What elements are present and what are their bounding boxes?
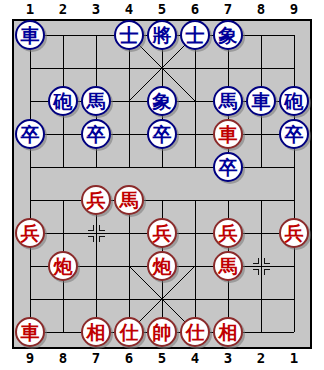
bottom-coord-label: 3 [212,350,245,367]
piece-blue-soldier[interactable]: 卒 [15,119,45,149]
piece-red-cannon[interactable]: 炮 [147,251,177,281]
top-coord-label: 9 [278,1,311,18]
piece-blue-chariot[interactable]: 車 [246,86,276,116]
piece-blue-soldier[interactable]: 卒 [279,119,309,149]
bottom-coord-label: 9 [14,350,47,367]
marker-bracket [99,225,105,231]
piece-red-horse[interactable]: 馬 [213,251,243,281]
piece-blue-advisor[interactable]: 士 [114,20,144,50]
piece-red-soldier[interactable]: 兵 [279,218,309,248]
piece-layer: 車士將士象砲馬象馬車砲卒卒卒車卒卒兵馬兵兵兵兵炮炮馬車相仕帥仕相 [14,19,311,349]
top-coord-label: 6 [179,1,212,18]
piece-blue-cannon[interactable]: 砲 [48,86,78,116]
piece-red-advisor[interactable]: 仕 [114,317,144,347]
piece-red-cannon[interactable]: 炮 [48,251,78,281]
bottom-coord-label: 6 [113,350,146,367]
piece-red-general[interactable]: 帥 [147,317,177,347]
top-coord-label: 1 [14,1,47,18]
top-coord-label: 4 [113,1,146,18]
piece-blue-horse[interactable]: 馬 [81,86,111,116]
piece-blue-elephant[interactable]: 象 [147,86,177,116]
bottom-coord-label: 8 [47,350,80,367]
marker-bracket [253,258,259,264]
piece-red-elephant[interactable]: 相 [213,317,243,347]
top-coord-label: 7 [212,1,245,18]
piece-blue-soldier[interactable]: 卒 [213,152,243,182]
bottom-coord-label: 7 [80,350,113,367]
piece-blue-horse[interactable]: 馬 [213,86,243,116]
piece-blue-chariot[interactable]: 車 [15,20,45,50]
marker-bracket [99,236,105,242]
piece-red-elephant[interactable]: 相 [81,317,111,347]
piece-blue-soldier[interactable]: 卒 [81,119,111,149]
piece-red-horse[interactable]: 馬 [114,185,144,215]
bottom-coord-label: 2 [245,350,278,367]
last-move-marker [253,258,270,275]
bottom-coord-label: 5 [146,350,179,367]
piece-red-chariot[interactable]: 車 [15,317,45,347]
piece-blue-cannon[interactable]: 砲 [279,86,309,116]
piece-red-soldier[interactable]: 兵 [147,218,177,248]
marker-bracket [88,236,94,242]
marker-bracket [253,269,259,275]
piece-blue-advisor[interactable]: 士 [180,20,210,50]
top-coord-label: 2 [47,1,80,18]
marker-bracket [264,269,270,275]
piece-blue-general[interactable]: 將 [147,20,177,50]
top-coord-label: 3 [80,1,113,18]
piece-red-advisor[interactable]: 仕 [180,317,210,347]
bottom-coord-label: 4 [179,350,212,367]
marker-bracket [88,225,94,231]
marker-bracket [264,258,270,264]
top-coord-label: 5 [146,1,179,18]
top-coord-label: 8 [245,1,278,18]
piece-blue-elephant[interactable]: 象 [213,20,243,50]
piece-red-chariot[interactable]: 車 [213,119,243,149]
piece-red-soldier[interactable]: 兵 [81,185,111,215]
xiangqi-app: 123456789 車士將士象砲馬象馬車砲卒卒卒車卒卒兵馬兵兵兵兵炮炮馬車相仕帥… [0,0,324,370]
piece-blue-soldier[interactable]: 卒 [147,119,177,149]
piece-red-soldier[interactable]: 兵 [213,218,243,248]
bottom-coord-label: 1 [278,350,311,367]
xiangqi-board[interactable]: 車士將士象砲馬象馬車砲卒卒卒車卒卒兵馬兵兵兵兵炮炮馬車相仕帥仕相 [12,19,312,349]
piece-red-soldier[interactable]: 兵 [15,218,45,248]
last-move-marker [88,225,105,242]
